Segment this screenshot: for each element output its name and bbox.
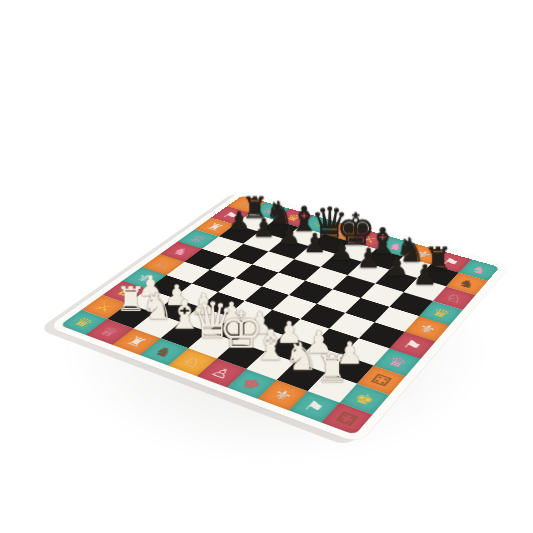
- product-photo: ♘♕♛⚘♛⚔♞⚜⚑♞⚑♜♞♝♛♚♝♞♜♞♜♟♟♟♟♟♟♟♟♘♕♛♞⚜♘⚑⚜♛♛♟…: [0, 0, 533, 533]
- shield-icon: ⚜: [415, 321, 440, 336]
- helmet-icon: ♘: [443, 291, 467, 304]
- dragon-icon: ♞: [468, 264, 490, 276]
- prince-icon: ♙: [208, 365, 236, 381]
- flag-icon: ⚑: [400, 337, 425, 352]
- piece-white-rook[interactable]: ♜: [296, 350, 369, 387]
- tower-icon: ♜: [123, 334, 150, 349]
- horse-icon: ♞: [151, 344, 178, 360]
- knight-boy-icon: ♘: [179, 354, 206, 370]
- treasure-icon: ⚃: [368, 372, 394, 389]
- queen-icon: ♛: [384, 354, 410, 370]
- piece-black-pawn[interactable]: ♟: [393, 262, 456, 290]
- flag-icon: ⚑: [300, 398, 328, 416]
- treasure-icon: ⚃: [333, 409, 361, 427]
- princess-icon: ♕: [187, 233, 210, 244]
- shield-icon: ⚜: [269, 386, 297, 403]
- king-icon: ♚: [351, 390, 379, 408]
- princess-icon: ♕: [96, 324, 123, 339]
- crown-icon: ♛: [70, 315, 97, 329]
- dragon-icon: ♞: [169, 246, 192, 258]
- king-icon: ♚: [238, 375, 266, 392]
- crown-icon: ♛: [429, 306, 453, 320]
- horse-icon: ♞: [456, 277, 479, 290]
